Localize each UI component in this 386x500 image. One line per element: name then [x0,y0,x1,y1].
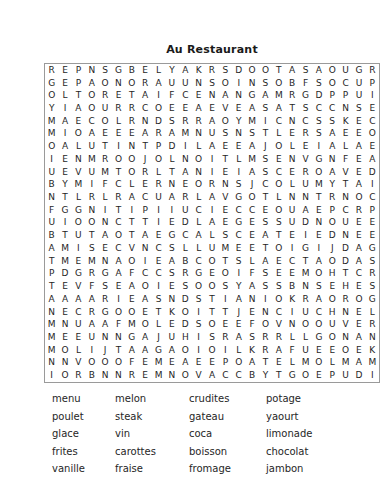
grid-cell: J [259,140,272,153]
grid-cell: R [179,191,192,204]
grid-cell: E [179,178,192,191]
grid-cell: T [259,357,272,370]
word-list-column: menupouletglacefritesvanille [52,390,85,478]
grid-cell: G [98,268,111,281]
grid-cell: I [72,242,85,255]
grid-cell: R [205,178,218,191]
grid-cell: F [85,280,98,293]
grid-cell: O [219,115,232,128]
grid-cell: N [85,204,98,217]
grid-cell: Y [58,178,71,191]
grid-cell: S [205,77,218,90]
grid-cell: L [245,255,258,268]
grid-cell: T [219,306,232,319]
grid-cell: R [205,64,218,77]
grid-cell: I [192,331,205,344]
grid-cell: A [326,140,339,153]
grid-cell: R [219,331,232,344]
grid-cell: I [165,204,178,217]
grid-cell: E [232,318,245,331]
grid-cell: B [45,229,58,242]
grid-cell: E [58,331,71,344]
grid-cell: O [139,318,152,331]
grid-cell: I [366,178,379,191]
grid-cell: J [232,306,245,319]
grid-cell: F [112,318,125,331]
grid-cell: A [259,229,272,242]
grid-cell: L [152,64,165,77]
grid-cell: E [205,357,218,370]
grid-cell: D [339,255,352,268]
grid-cell: P [72,77,85,90]
grid-cell: N [125,140,138,153]
grid-cell: S [259,102,272,115]
grid-cell: P [139,204,152,217]
grid-cell: C [245,204,258,217]
grid-cell: U [299,178,312,191]
grid-cell: O [58,369,71,382]
grid-cell: J [326,242,339,255]
word-list-item: gateau [189,408,231,426]
grid-cell: S [259,153,272,166]
grid-cell: U [85,331,98,344]
grid-cell: T [205,293,218,306]
grid-cell: C [272,306,285,319]
grid-cell: N [45,306,58,319]
grid-cell: V [72,357,85,370]
grid-cell: T [98,140,111,153]
grid-cell: R [125,369,138,382]
grid-cell: E [98,242,111,255]
grid-cell: U [85,140,98,153]
grid-cell: M [58,242,71,255]
grid-cell: S [299,64,312,77]
grid-cell: A [45,242,58,255]
grid-cell: N [245,77,258,90]
grid-cell: M [45,115,58,128]
grid-cell: A [85,128,98,141]
grid-cell: G [45,77,58,90]
grid-cell: B [245,369,258,382]
grid-cell: I [232,166,245,179]
grid-cell: N [259,306,272,319]
grid-cell: O [125,306,138,319]
grid-cell: V [219,191,232,204]
grid-cell: A [272,344,285,357]
grid-cell: S [366,255,379,268]
grid-cell: O [125,255,138,268]
grid-cell: A [205,115,218,128]
grid-cell: C [112,242,125,255]
grid-cell: T [125,229,138,242]
grid-cell: O [312,318,325,331]
grid-cell: O [272,293,285,306]
grid-cell: E [272,357,285,370]
grid-cell: I [366,369,379,382]
grid-cell: N [299,280,312,293]
grid-cell: C [72,306,85,319]
grid-cell: F [125,268,138,281]
word-search-grid-box: REPNSGBELYAKRSDOOTASAOUGRGEPAONORAUUNSOI… [44,63,380,383]
grid-cell: I [45,153,58,166]
grid-cell: G [312,153,325,166]
grid-cell: U [299,306,312,319]
grid-cell: O [58,344,71,357]
grid-cell: U [205,242,218,255]
grid-cell: S [259,166,272,179]
grid-cell: V [219,102,232,115]
grid-cell: J [98,344,111,357]
grid-cell: O [192,153,205,166]
grid-cell: O [326,255,339,268]
grid-cell: R [259,331,272,344]
grid-cell: E [366,140,379,153]
grid-cell: K [192,64,205,77]
grid-cell: D [58,268,71,281]
grid-cell: U [179,204,192,217]
grid-cell: A [112,268,125,281]
grid-cell: E [58,166,71,179]
grid-cell: L [366,306,379,319]
grid-cell: O [205,344,218,357]
grid-cell: E [352,344,365,357]
grid-cell: F [339,153,352,166]
grid-cell: I [139,255,152,268]
grid-cell: K [366,344,379,357]
grid-cell: C [139,102,152,115]
grid-cell: L [179,242,192,255]
grid-cell: I [58,102,71,115]
grid-cell: I [219,344,232,357]
grid-cell: O [219,268,232,281]
grid-cell: S [219,229,232,242]
grid-cell: I [112,140,125,153]
grid-cell: I [58,217,71,230]
grid-cell: I [58,128,71,141]
grid-cell: A [352,140,365,153]
grid-cell: E [58,280,71,293]
word-list: menupouletglacefritesvanillemelonsteakvi… [0,390,386,490]
grid-cell: R [98,293,111,306]
grid-cell: R [352,204,365,217]
grid-cell: E [112,89,125,102]
grid-cell: E [352,166,365,179]
grid-cell: L [192,140,205,153]
grid-cell: F [245,318,258,331]
grid-cell: R [45,64,58,77]
grid-cell: P [366,204,379,217]
grid-cell: E [112,280,125,293]
grid-cell: D [312,89,325,102]
grid-cell: N [245,293,258,306]
grid-cell: A [139,344,152,357]
grid-cell: R [72,369,85,382]
word-list-column: melonsteakvincarottesfraise [115,390,156,478]
grid-cell: F [245,268,258,281]
word-list-item: vanille [52,460,85,478]
grid-cell: P [45,268,58,281]
grid-cell: O [245,64,258,77]
grid-cell: O [85,357,98,370]
word-list-item: steak [115,408,156,426]
grid-cell: C [366,191,379,204]
grid-cell: T [72,89,85,102]
grid-cell: A [58,293,71,306]
grid-cell: A [165,255,178,268]
grid-cell: T [339,178,352,191]
grid-cell: O [85,102,98,115]
grid-cell: N [312,217,325,230]
grid-cell: T [259,191,272,204]
grid-cell: A [326,128,339,141]
grid-cell: E [285,128,298,141]
grid-cell: A [352,331,365,344]
grid-cell: A [45,293,58,306]
grid-cell: E [165,357,178,370]
grid-cell: S [165,242,178,255]
grid-cell: T [219,153,232,166]
grid-cell: S [192,318,205,331]
grid-cell: I [179,140,192,153]
grid-cell: I [192,344,205,357]
grid-cell: U [72,229,85,242]
grid-cell: U [98,102,111,115]
grid-cell: A [232,293,245,306]
grid-cell: L [72,344,85,357]
grid-cell: S [232,178,245,191]
grid-cell: O [179,344,192,357]
grid-cell: E [366,217,379,230]
grid-cell: E [219,318,232,331]
grid-cell: Y [232,280,245,293]
grid-cell: R [179,268,192,281]
grid-cell: G [125,331,138,344]
grid-cell: O [125,153,138,166]
grid-cell: N [45,191,58,204]
grid-cell: L [339,140,352,153]
grid-cell: N [205,89,218,102]
grid-cell: N [98,255,111,268]
grid-cell: S [326,115,339,128]
grid-cell: D [165,140,178,153]
grid-cell: H [339,280,352,293]
grid-cell: C [112,178,125,191]
grid-cell: O [112,306,125,319]
grid-cell: G [366,242,379,255]
grid-cell: N [192,77,205,90]
grid-cell: J [245,178,258,191]
grid-cell: I [85,178,98,191]
grid-cell: S [259,268,272,281]
grid-cell: I [259,293,272,306]
grid-cell: I [152,204,165,217]
grid-cell: O [85,89,98,102]
grid-cell: L [285,178,298,191]
grid-cell: E [58,153,71,166]
grid-cell: V [339,166,352,179]
grid-cell: U [165,77,178,90]
grid-cell: A [352,255,365,268]
grid-cell: U [339,369,352,382]
grid-cell: F [285,344,298,357]
grid-cell: U [285,217,298,230]
grid-cell: S [312,115,325,128]
grid-cell: U [339,64,352,77]
grid-cell: G [245,89,258,102]
grid-cell: S [152,293,165,306]
grid-cell: B [45,178,58,191]
grid-cell: T [219,255,232,268]
grid-cell: O [112,153,125,166]
grid-cell: U [179,77,192,90]
grid-cell: U [352,89,365,102]
grid-cell: I [205,204,218,217]
grid-cell: E [219,166,232,179]
word-list-item: jambon [266,460,312,478]
grid-cell: A [352,357,365,370]
grid-cell: D [366,166,379,179]
grid-cell: I [205,166,218,179]
grid-cell: O [312,166,325,179]
word-list-item: boisson [189,443,231,461]
grid-cell: N [179,153,192,166]
grid-cell: G [72,268,85,281]
grid-cell: O [179,369,192,382]
grid-cell: I [219,293,232,306]
grid-cell: O [259,318,272,331]
grid-cell: R [139,77,152,90]
grid-cell: K [165,306,178,319]
grid-cell: E [232,242,245,255]
grid-cell: T [272,369,285,382]
grid-cell: E [285,229,298,242]
grid-cell: A [139,331,152,344]
grid-cell: R [85,191,98,204]
grid-cell: I [232,268,245,281]
grid-cell: N [85,64,98,77]
grid-cell: S [205,331,218,344]
grid-cell: L [72,191,85,204]
grid-cell: H [326,306,339,319]
grid-cell: L [152,318,165,331]
grid-cell: U [45,217,58,230]
grid-cell: G [299,89,312,102]
grid-cell: M [299,268,312,281]
grid-cell: M [299,357,312,370]
grid-cell: M [85,255,98,268]
grid-cell: E [165,217,178,230]
grid-cell: N [165,293,178,306]
grid-cell: E [165,280,178,293]
grid-cell: M [152,357,165,370]
grid-cell: R [125,115,138,128]
grid-cell: L [165,153,178,166]
grid-cell: E [98,128,111,141]
word-list-item: melon [115,390,156,408]
grid-cell: T [259,242,272,255]
grid-cell: N [285,191,298,204]
grid-cell: L [98,191,111,204]
grid-cell: S [366,280,379,293]
grid-cell: A [245,102,258,115]
grid-cell: T [272,229,285,242]
grid-cell: N [232,128,245,141]
grid-cell: E [72,331,85,344]
grid-cell: E [165,318,178,331]
grid-cell: N [98,369,111,382]
grid-cell: T [125,217,138,230]
word-list-item: frites [52,443,85,461]
grid-cell: C [179,229,192,242]
grid-cell: Y [259,369,272,382]
grid-cell: I [232,77,245,90]
grid-cell: G [72,204,85,217]
grid-cell: Y [326,178,339,191]
grid-cell: N [165,178,178,191]
grid-cell: O [45,140,58,153]
grid-cell: N [165,369,178,382]
word-list-item: glace [52,425,85,443]
grid-cell: A [259,89,272,102]
grid-cell: O [326,77,339,90]
grid-cell: T [45,255,58,268]
word-list-item: carottes [115,443,156,461]
grid-cell: N [112,77,125,90]
grid-cell: Y [232,115,245,128]
grid-cell: A [312,293,325,306]
grid-cell: E [139,306,152,319]
grid-cell: E [352,318,365,331]
grid-cell: A [352,242,365,255]
grid-cell: E [366,229,379,242]
grid-cell: A [125,280,138,293]
grid-cell: E [192,357,205,370]
grid-cell: E [259,204,272,217]
grid-cell: A [85,77,98,90]
grid-cell: N [98,217,111,230]
grid-cell: T [112,166,125,179]
grid-cell: J [152,331,165,344]
grid-cell: S [192,293,205,306]
grid-cell: U [152,191,165,204]
grid-cell: E [72,115,85,128]
grid-cell: S [245,128,258,141]
grid-cell: E [352,229,365,242]
grid-cell: A [352,178,365,191]
grid-cell: N [139,115,152,128]
grid-cell: N [58,318,71,331]
grid-cell: F [45,204,58,217]
grid-cell: U [72,318,85,331]
grid-cell: R [112,191,125,204]
grid-cell: V [72,280,85,293]
grid-cell: G [312,331,325,344]
grid-cell: O [272,242,285,255]
grid-cell: I [285,306,298,319]
grid-cell: L [192,191,205,204]
grid-cell: I [152,89,165,102]
grid-cell: A [205,217,218,230]
grid-cell: E [352,153,365,166]
grid-cell: I [299,229,312,242]
grid-cell: O [125,77,138,90]
grid-cell: E [272,268,285,281]
grid-cell: C [85,115,98,128]
grid-cell: T [312,191,325,204]
grid-cell: A [98,229,111,242]
grid-cell: R [326,191,339,204]
grid-cell: E [125,128,138,141]
